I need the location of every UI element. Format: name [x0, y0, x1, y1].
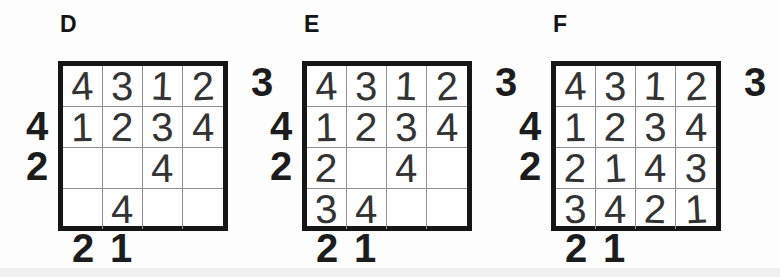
cell-value: 4	[192, 107, 215, 147]
puzzle-d-board: 4 3 1 2 1 2 3 4 4 4	[58, 61, 228, 231]
cell-value: 4	[685, 107, 708, 147]
puzzle-f-clue-right-row1: 3	[733, 61, 777, 103]
cell-r2c3[interactable]: 3	[387, 107, 427, 148]
cell-r3c3[interactable]: 4	[143, 148, 183, 189]
cell-value: 2	[315, 148, 339, 189]
cell-value: 4	[395, 148, 418, 188]
cell-value: 1	[395, 66, 419, 107]
cell-r1c3[interactable]: 1	[636, 66, 676, 107]
cell-value: 3	[111, 66, 134, 106]
cell-r1c1[interactable]: 4	[63, 66, 103, 107]
cell-r3c4[interactable]	[427, 148, 467, 189]
cell-r1c3[interactable]: 1	[387, 66, 427, 107]
cell-value: 3	[604, 66, 627, 106]
cell-value: 4	[70, 65, 94, 106]
puzzle-d-clue-left-row2: 4	[15, 105, 59, 147]
cell-r4c1[interactable]: 3	[556, 189, 596, 229]
cell-r2c4[interactable]: 4	[183, 107, 223, 148]
cell-r2c1[interactable]: 1	[556, 107, 596, 148]
puzzle-f-clue-left-row2: 4	[508, 105, 552, 147]
cell-r3c1[interactable]: 2	[556, 148, 596, 189]
cell-r2c1[interactable]: 1	[63, 107, 103, 148]
cell-r2c4[interactable]: 4	[676, 107, 716, 148]
cell-value: 3	[684, 148, 708, 189]
cell-r4c2[interactable]: 4	[103, 189, 143, 229]
cell-value: 3	[563, 188, 587, 229]
cell-r1c2[interactable]: 3	[103, 66, 143, 107]
puzzle-f-clue-left-row3: 2	[508, 145, 552, 187]
cell-value: 1	[603, 147, 627, 188]
puzzle-d-label: D	[60, 11, 77, 38]
cell-value: 2	[684, 65, 708, 106]
cell-r1c4[interactable]: 2	[676, 66, 716, 107]
cell-value: 1	[684, 188, 708, 229]
cell-r4c3[interactable]: 2	[636, 189, 676, 229]
puzzle-f: F 4 2 3 2 1 4 3 1 2 1 2 3 4 2 1 4 3 3 4 …	[501, 0, 780, 277]
puzzle-e-clue-left-row3: 2	[259, 145, 303, 187]
puzzle-d-clue-left-row3: 2	[15, 145, 59, 187]
cell-value: 1	[315, 107, 338, 147]
cell-value: 4	[314, 65, 338, 106]
cell-r1c4[interactable]: 2	[183, 66, 223, 107]
cell-r4c2[interactable]: 4	[347, 189, 387, 229]
cell-value: 4	[436, 107, 459, 147]
cell-value: 1	[71, 107, 94, 147]
cell-value: 1	[564, 107, 587, 147]
cell-r1c1[interactable]: 4	[556, 66, 596, 107]
cell-value: 2	[111, 107, 135, 148]
puzzle-f-label: F	[553, 11, 568, 38]
cell-r2c2[interactable]: 2	[596, 107, 636, 148]
cell-r4c1[interactable]	[63, 189, 103, 229]
cell-value: 3	[355, 66, 378, 106]
cell-r3c4[interactable]: 3	[676, 148, 716, 189]
cell-r3c1[interactable]	[63, 148, 103, 189]
cell-r4c4[interactable]	[183, 189, 223, 229]
cell-r2c3[interactable]: 3	[143, 107, 183, 148]
cell-r4c3[interactable]	[387, 189, 427, 229]
cell-r3c2[interactable]	[347, 148, 387, 189]
cell-value: 2	[644, 189, 668, 230]
cell-value: 3	[314, 188, 338, 229]
cell-r1c2[interactable]: 3	[347, 66, 387, 107]
cell-r2c3[interactable]: 3	[636, 107, 676, 148]
puzzle-e-clue-left-row2: 4	[259, 105, 303, 147]
cell-value: 4	[355, 189, 378, 229]
cell-value: 4	[644, 148, 667, 188]
cell-r3c3[interactable]: 4	[636, 148, 676, 189]
cell-value: 1	[151, 66, 175, 107]
puzzle-e-board: 4 3 1 2 1 2 3 4 2 4 3 4	[302, 61, 472, 231]
puzzle-f-clue-bottom-col2: 1	[592, 227, 636, 269]
cell-value: 4	[604, 189, 627, 229]
cell-value: 2	[435, 65, 459, 106]
cell-value: 2	[191, 65, 215, 106]
puzzle-d: D 4 2 3 2 1 4 3 1 2 1 2 3 4 4 4	[8, 0, 288, 277]
cell-r1c1[interactable]: 4	[307, 66, 347, 107]
cell-r3c2[interactable]: 1	[596, 148, 636, 189]
cell-value: 2	[564, 148, 588, 189]
cell-r4c1[interactable]: 3	[307, 189, 347, 229]
cell-r2c2[interactable]: 2	[103, 107, 143, 148]
cell-r1c4[interactable]: 2	[427, 66, 467, 107]
cell-r3c1[interactable]: 2	[307, 148, 347, 189]
cell-value: 3	[643, 106, 667, 147]
cell-r2c4[interactable]: 4	[427, 107, 467, 148]
cell-r2c1[interactable]: 1	[307, 107, 347, 148]
cell-value: 4	[111, 189, 134, 229]
cell-value: 2	[355, 107, 379, 148]
cell-r3c3[interactable]: 4	[387, 148, 427, 189]
cell-value: 4	[151, 148, 174, 188]
cell-r4c4[interactable]: 1	[676, 189, 716, 229]
cell-value: 4	[563, 65, 587, 106]
cell-r3c4[interactable]	[183, 148, 223, 189]
puzzle-e-clue-bottom-col2: 1	[343, 227, 387, 269]
puzzle-e: E 4 2 3 2 1 4 3 1 2 1 2 3 4 2 4 3 4	[252, 0, 532, 277]
cell-r4c2[interactable]: 4	[596, 189, 636, 229]
cell-r3c2[interactable]	[103, 148, 143, 189]
cell-value: 3	[150, 106, 174, 147]
puzzle-d-clue-bottom-col2: 1	[99, 227, 143, 269]
cell-r4c4[interactable]	[427, 189, 467, 229]
cell-r2c2[interactable]: 2	[347, 107, 387, 148]
puzzle-e-label: E	[304, 11, 320, 38]
puzzle-f-board: 4 3 1 2 1 2 3 4 2 1 4 3 3 4 2 1	[551, 61, 721, 231]
cell-r1c2[interactable]: 3	[596, 66, 636, 107]
cell-value: 1	[644, 66, 668, 107]
cell-r1c3[interactable]: 1	[143, 66, 183, 107]
bottom-gray-band	[0, 268, 780, 277]
cell-value: 2	[604, 107, 628, 148]
cell-value: 3	[394, 106, 418, 147]
cell-r4c3[interactable]	[143, 189, 183, 229]
